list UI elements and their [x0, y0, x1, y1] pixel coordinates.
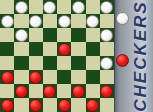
square-r4c4[interactable] — [43, 42, 57, 56]
red-piece[interactable] — [29, 99, 42, 112]
square-r5c4[interactable] — [43, 56, 57, 70]
square-r7c7[interactable] — [86, 84, 100, 98]
square-r5c2[interactable] — [14, 56, 28, 70]
white-piece[interactable] — [15, 29, 28, 42]
red-piece[interactable] — [15, 85, 28, 98]
square-r8c7[interactable] — [86, 98, 100, 112]
square-r3c3[interactable] — [29, 28, 43, 42]
square-r2c3[interactable] — [29, 14, 43, 28]
white-piece[interactable] — [29, 15, 42, 28]
red-piece[interactable] — [58, 99, 71, 112]
square-r6c3[interactable] — [29, 70, 43, 84]
square-r5c6[interactable] — [71, 56, 85, 70]
white-piece[interactable] — [72, 1, 85, 14]
square-r5c5[interactable] — [57, 56, 71, 70]
square-r4c3[interactable] — [29, 42, 43, 56]
white-piece[interactable] — [100, 1, 113, 14]
square-r8c3[interactable] — [29, 98, 43, 112]
square-r1c1[interactable] — [0, 0, 14, 14]
white-piece[interactable] — [43, 1, 56, 14]
square-r1c4[interactable] — [43, 0, 57, 14]
red-piece[interactable] — [72, 85, 85, 98]
square-r6c8[interactable] — [100, 70, 114, 84]
square-r8c5[interactable] — [57, 98, 71, 112]
square-r3c8[interactable] — [100, 28, 114, 42]
white-piece[interactable] — [86, 15, 99, 28]
square-r3c7[interactable] — [86, 28, 100, 42]
square-r4c7[interactable] — [86, 42, 100, 56]
square-r3c5[interactable] — [57, 28, 71, 42]
white-piece[interactable] — [100, 57, 113, 70]
checkers-board — [0, 0, 114, 112]
square-r4c2[interactable] — [14, 42, 28, 56]
red-piece[interactable] — [1, 99, 14, 112]
square-r3c2[interactable] — [14, 28, 28, 42]
app-title: CHECKERS — [131, 0, 151, 112]
square-r6c7[interactable] — [86, 70, 100, 84]
square-r3c6[interactable] — [71, 28, 85, 42]
red-piece[interactable] — [1, 71, 14, 84]
white-piece[interactable] — [100, 29, 113, 42]
square-r4c5[interactable] — [57, 42, 71, 56]
square-r8c4[interactable] — [43, 98, 57, 112]
square-r1c5[interactable] — [57, 0, 71, 14]
square-r7c4[interactable] — [43, 84, 57, 98]
square-r1c8[interactable] — [100, 0, 114, 14]
square-r4c8[interactable] — [100, 42, 114, 56]
square-r8c6[interactable] — [71, 98, 85, 112]
captured-white-piece — [116, 12, 129, 25]
square-r5c1[interactable] — [0, 56, 14, 70]
square-r8c8[interactable] — [100, 98, 114, 112]
square-r1c6[interactable] — [71, 0, 85, 14]
square-r5c8[interactable] — [100, 56, 114, 70]
square-r1c2[interactable] — [14, 0, 28, 14]
square-r6c2[interactable] — [14, 70, 28, 84]
red-piece[interactable] — [100, 85, 113, 98]
sidebar: CHECKERS — [114, 0, 153, 112]
square-r5c7[interactable] — [86, 56, 100, 70]
square-r3c1[interactable] — [0, 28, 14, 42]
square-r2c5[interactable] — [57, 14, 71, 28]
square-r2c2[interactable] — [14, 14, 28, 28]
square-r8c2[interactable] — [14, 98, 28, 112]
red-piece[interactable] — [58, 43, 71, 56]
square-r2c8[interactable] — [100, 14, 114, 28]
square-r4c6[interactable] — [71, 42, 85, 56]
square-r4c1[interactable] — [0, 42, 14, 56]
red-piece[interactable] — [29, 71, 42, 84]
square-r1c7[interactable] — [86, 0, 100, 14]
square-r7c1[interactable] — [0, 84, 14, 98]
square-r8c1[interactable] — [0, 98, 14, 112]
square-r6c6[interactable] — [71, 70, 85, 84]
square-r2c1[interactable] — [0, 14, 14, 28]
square-r2c7[interactable] — [86, 14, 100, 28]
square-r3c4[interactable] — [43, 28, 57, 42]
white-piece[interactable] — [58, 15, 71, 28]
captured-red-piece — [116, 54, 129, 67]
square-r5c3[interactable] — [29, 56, 43, 70]
square-r7c5[interactable] — [57, 84, 71, 98]
square-r7c2[interactable] — [14, 84, 28, 98]
square-r6c1[interactable] — [0, 70, 14, 84]
red-piece[interactable] — [86, 99, 99, 112]
square-r7c8[interactable] — [100, 84, 114, 98]
square-r7c3[interactable] — [29, 84, 43, 98]
checkers-window: CHECKERS — [0, 0, 153, 112]
square-r1c3[interactable] — [29, 0, 43, 14]
white-piece[interactable] — [15, 1, 28, 14]
square-r2c4[interactable] — [43, 14, 57, 28]
square-r6c5[interactable] — [57, 70, 71, 84]
red-piece[interactable] — [43, 85, 56, 98]
square-r2c6[interactable] — [71, 14, 85, 28]
square-r6c4[interactable] — [43, 70, 57, 84]
square-r7c6[interactable] — [71, 84, 85, 98]
white-piece[interactable] — [1, 15, 14, 28]
